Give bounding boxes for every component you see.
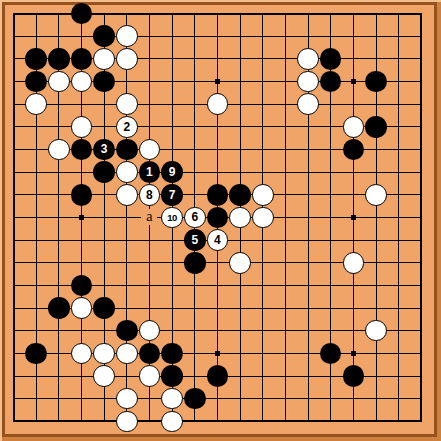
white-stone [93, 48, 115, 70]
white-stone [70, 297, 93, 320]
black-stone [93, 161, 115, 183]
white-stone [297, 47, 320, 70]
black-stone-move-9: 9 [161, 161, 184, 184]
white-stone [116, 388, 138, 410]
white-stone [116, 161, 138, 183]
black-stone [93, 25, 116, 48]
white-stone-move-10: 10 [161, 206, 184, 229]
white-stone [115, 387, 138, 410]
white-stone [161, 388, 183, 410]
white-stone [47, 70, 70, 93]
black-stone [116, 139, 138, 161]
black-stone [206, 206, 229, 229]
grid-line-vertical [398, 13, 399, 422]
white-stone [25, 93, 48, 116]
white-stone [139, 139, 161, 161]
white-stone-move-2: 2 [116, 116, 138, 138]
point-label-a: a [138, 206, 161, 229]
white-stone [297, 93, 319, 115]
black-stone [48, 48, 70, 70]
white-stone [116, 93, 138, 115]
black-stone [184, 252, 206, 274]
grid-line-vertical [353, 13, 354, 422]
black-stone [229, 183, 252, 206]
white-stone [47, 138, 70, 161]
black-stone [207, 365, 229, 387]
white-stone-move-8: 8 [138, 183, 161, 206]
black-stone [115, 138, 138, 161]
black-stone [320, 343, 342, 365]
black-stone [229, 184, 251, 206]
black-stone [71, 3, 93, 25]
white-stone [138, 365, 161, 388]
black-stone [25, 71, 47, 93]
white-stone [116, 343, 138, 365]
white-stone [93, 47, 116, 70]
white-stone [70, 70, 93, 93]
black-stone [161, 342, 184, 365]
black-stone [70, 47, 93, 70]
white-stone [71, 71, 93, 93]
white-stone [229, 207, 251, 229]
white-stone [70, 115, 93, 138]
white-stone [71, 116, 93, 138]
black-stone [139, 343, 161, 365]
white-stone [229, 251, 252, 274]
black-stone [71, 139, 93, 161]
white-stone [115, 93, 138, 116]
white-stone [48, 139, 70, 161]
black-stone [343, 139, 365, 161]
black-stone [319, 342, 342, 365]
white-stone [93, 365, 115, 387]
white-stone-move-8: 8 [139, 184, 161, 206]
black-stone-move-3: 3 [93, 139, 115, 161]
black-stone [206, 365, 229, 388]
white-stone [116, 411, 138, 433]
white-stone [48, 71, 70, 93]
white-stone [71, 297, 93, 319]
black-stone [71, 184, 93, 206]
white-stone [139, 320, 161, 342]
white-stone [343, 252, 365, 274]
black-stone [183, 251, 206, 274]
black-stone-move-1: 1 [139, 161, 161, 183]
white-stone [93, 342, 116, 365]
black-stone-move-5: 5 [184, 229, 206, 251]
black-stone [48, 297, 70, 319]
white-stone [342, 251, 365, 274]
white-stone-move-10: 10 [161, 207, 183, 229]
black-stone [70, 274, 93, 297]
black-stone [161, 365, 183, 387]
white-stone [70, 342, 93, 365]
black-stone [70, 138, 93, 161]
point-label-text: a [141, 209, 157, 225]
black-stone [365, 70, 388, 93]
black-stone [207, 207, 229, 229]
black-stone [93, 161, 116, 184]
white-stone [365, 319, 388, 342]
black-stone [70, 183, 93, 206]
black-stone-move-1: 1 [138, 161, 161, 184]
black-stone [138, 342, 161, 365]
black-stone [93, 71, 115, 93]
grid-line-vertical [285, 13, 286, 422]
black-stone [184, 388, 206, 410]
black-stone [71, 275, 93, 297]
white-stone [297, 71, 319, 93]
white-stone [116, 25, 138, 47]
black-stone-move-7: 7 [161, 184, 183, 206]
black-stone [93, 297, 115, 319]
white-stone [25, 93, 47, 115]
black-stone-move-7: 7 [161, 183, 184, 206]
white-stone [229, 252, 251, 274]
white-stone [252, 207, 274, 229]
white-stone-move-4: 4 [207, 229, 229, 251]
black-stone-move-9: 9 [161, 161, 183, 183]
black-stone [206, 183, 229, 206]
white-stone [93, 343, 115, 365]
black-stone [342, 365, 365, 388]
black-stone [93, 297, 116, 320]
white-stone [365, 320, 387, 342]
white-stone [161, 410, 184, 433]
white-stone [252, 184, 274, 206]
black-stone [47, 297, 70, 320]
black-stone [70, 2, 93, 25]
black-stone-move-5: 5 [183, 229, 206, 252]
white-stone [343, 116, 365, 138]
white-stone [206, 93, 229, 116]
white-stone [161, 387, 184, 410]
white-stone [365, 183, 388, 206]
white-stone [139, 365, 161, 387]
black-stone [25, 70, 48, 93]
black-stone [93, 25, 115, 47]
white-stone [115, 183, 138, 206]
board-grid: 23198710654a [13, 13, 422, 422]
white-stone [115, 342, 138, 365]
black-stone [47, 47, 70, 70]
white-stone [297, 70, 320, 93]
white-stone [297, 48, 319, 70]
black-stone [71, 48, 93, 70]
black-stone [319, 70, 342, 93]
white-stone [93, 365, 116, 388]
board-surface: 23198710654a [2, 2, 437, 437]
white-stone [297, 93, 320, 116]
white-stone [115, 47, 138, 70]
white-stone-move-4: 4 [206, 229, 229, 252]
black-stone [93, 70, 116, 93]
white-stone [115, 25, 138, 48]
white-stone-move-2: 2 [115, 115, 138, 138]
black-stone [183, 387, 206, 410]
black-stone [320, 48, 342, 70]
black-stone [365, 71, 387, 93]
black-stone [342, 138, 365, 161]
white-stone [115, 410, 138, 433]
white-stone [161, 411, 183, 433]
white-stone-move-6: 6 [183, 206, 206, 229]
white-stone [138, 138, 161, 161]
black-stone-move-3: 3 [93, 138, 116, 161]
black-stone [365, 116, 387, 138]
black-stone [207, 184, 229, 206]
black-stone [25, 343, 47, 365]
black-stone [115, 319, 138, 342]
white-stone [365, 184, 387, 206]
black-stone [365, 115, 388, 138]
black-stone [25, 47, 48, 70]
white-stone [251, 183, 274, 206]
black-stone [320, 71, 342, 93]
black-stone [319, 47, 342, 70]
white-stone [116, 48, 138, 70]
grid-line-horizontal [13, 330, 422, 331]
black-stone [25, 342, 48, 365]
white-stone [71, 343, 93, 365]
white-stone [251, 206, 274, 229]
black-stone [343, 365, 365, 387]
white-stone [207, 93, 229, 115]
white-stone [229, 206, 252, 229]
grid-line-horizontal [13, 420, 422, 422]
white-stone [115, 161, 138, 184]
white-stone [116, 184, 138, 206]
black-stone [116, 320, 138, 342]
goban: 23198710654a [0, 0, 441, 441]
grid-line-horizontal [13, 398, 422, 399]
black-stone [161, 343, 183, 365]
white-stone [342, 115, 365, 138]
white-stone-move-6: 6 [184, 207, 206, 229]
white-stone [138, 319, 161, 342]
black-stone [161, 365, 184, 388]
grid-line-vertical [420, 13, 422, 422]
black-stone [25, 48, 47, 70]
